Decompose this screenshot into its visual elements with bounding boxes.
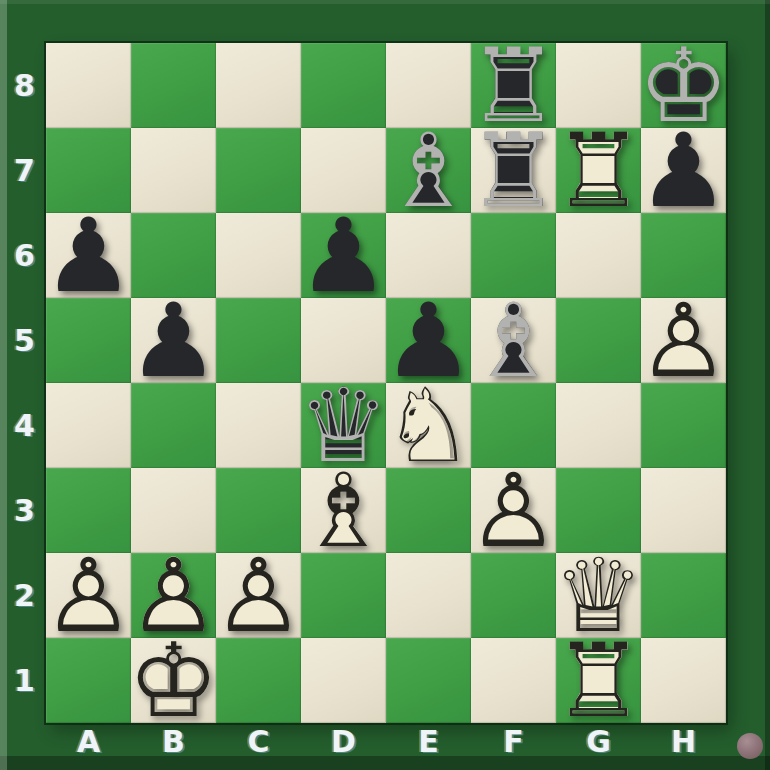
corner-dot-icon [737, 733, 763, 759]
black-pawn-glyph: ♟ [301, 213, 386, 298]
piece-black-pawn[interactable]: ♟ [46, 213, 131, 298]
square-h7[interactable]: ♟ [641, 128, 726, 213]
piece-white-pawn[interactable]: ♟♙ [641, 298, 726, 383]
white-knight-detail: ♘ [386, 383, 471, 468]
white-pawn-detail: ♙ [641, 298, 726, 383]
piece-white-pawn[interactable]: ♟♙ [216, 553, 301, 638]
square-e4[interactable]: ♞♘ [386, 383, 471, 468]
piece-white-knight[interactable]: ♞♘ [386, 383, 471, 468]
rank-label-6: 6 [5, 213, 44, 298]
black-rook-detail: ♖ [471, 128, 556, 213]
square-c5[interactable] [216, 298, 301, 383]
square-f7[interactable]: ♜♖ [471, 128, 556, 213]
file-label-c: C [216, 726, 301, 764]
square-a8[interactable] [46, 43, 131, 128]
white-pawn-detail: ♙ [471, 468, 556, 553]
piece-white-pawn[interactable]: ♟♙ [471, 468, 556, 553]
piece-white-pawn[interactable]: ♟♙ [46, 553, 131, 638]
white-rook-detail: ♖ [556, 638, 641, 723]
file-label-d: D [301, 726, 386, 764]
file-labels: ABCDEFGH [46, 726, 726, 764]
square-a1[interactable] [46, 638, 131, 723]
square-d8[interactable] [301, 43, 386, 128]
square-e1[interactable] [386, 638, 471, 723]
white-pawn-detail: ♙ [216, 553, 301, 638]
square-a2[interactable]: ♟♙ [46, 553, 131, 638]
square-f3[interactable]: ♟♙ [471, 468, 556, 553]
square-h3[interactable] [641, 468, 726, 553]
rank-label-8: 8 [5, 43, 44, 128]
file-label-h: H [641, 726, 726, 764]
piece-white-rook[interactable]: ♜♖ [556, 128, 641, 213]
square-g1[interactable]: ♜♖ [556, 638, 641, 723]
rank-label-2: 2 [5, 553, 44, 638]
rank-label-7: 7 [5, 128, 44, 213]
chess-board-frame: 87654321 ♜♖♚♔♝♗♜♖♜♖♟♟♟♟♟♝♗♟♙♛♕♞♘♝♗♟♙♟♙♟♙… [0, 0, 770, 770]
rank-label-1: 1 [5, 638, 44, 723]
square-a6[interactable]: ♟ [46, 213, 131, 298]
file-label-a: A [46, 726, 131, 764]
piece-white-rook[interactable]: ♜♖ [556, 638, 641, 723]
rank-label-5: 5 [5, 298, 44, 383]
square-h5[interactable]: ♟♙ [641, 298, 726, 383]
square-e7[interactable]: ♝♗ [386, 128, 471, 213]
white-pawn-detail: ♙ [46, 553, 131, 638]
square-h1[interactable] [641, 638, 726, 723]
piece-black-pawn[interactable]: ♟ [641, 128, 726, 213]
black-bishop-detail: ♗ [471, 298, 556, 383]
square-f1[interactable] [471, 638, 556, 723]
square-b4[interactable] [131, 383, 216, 468]
black-pawn-glyph: ♟ [641, 128, 726, 213]
piece-white-king[interactable]: ♚♔ [131, 638, 216, 723]
black-bishop-detail: ♗ [386, 128, 471, 213]
square-f5[interactable]: ♝♗ [471, 298, 556, 383]
chess-board[interactable]: ♜♖♚♔♝♗♜♖♜♖♟♟♟♟♟♝♗♟♙♛♕♞♘♝♗♟♙♟♙♟♙♟♙♛♕♚♔♜♖ [46, 43, 726, 723]
square-e2[interactable] [386, 553, 471, 638]
square-d6[interactable]: ♟ [301, 213, 386, 298]
square-f2[interactable] [471, 553, 556, 638]
square-d3[interactable]: ♝♗ [301, 468, 386, 553]
square-c1[interactable] [216, 638, 301, 723]
square-c7[interactable] [216, 128, 301, 213]
black-pawn-glyph: ♟ [46, 213, 131, 298]
black-pawn-glyph: ♟ [131, 298, 216, 383]
white-rook-detail: ♖ [556, 128, 641, 213]
square-b1[interactable]: ♚♔ [131, 638, 216, 723]
file-label-b: B [131, 726, 216, 764]
white-king-detail: ♔ [131, 638, 216, 723]
file-label-f: F [471, 726, 556, 764]
square-d1[interactable] [301, 638, 386, 723]
rank-label-3: 3 [5, 468, 44, 553]
square-c4[interactable] [216, 383, 301, 468]
square-b7[interactable] [131, 128, 216, 213]
square-c8[interactable] [216, 43, 301, 128]
piece-black-bishop[interactable]: ♝♗ [386, 128, 471, 213]
square-a5[interactable] [46, 298, 131, 383]
piece-black-pawn[interactable]: ♟ [301, 213, 386, 298]
square-c2[interactable]: ♟♙ [216, 553, 301, 638]
rank-labels: 87654321 [5, 43, 44, 723]
square-a4[interactable] [46, 383, 131, 468]
square-g6[interactable] [556, 213, 641, 298]
white-bishop-detail: ♗ [301, 468, 386, 553]
piece-black-bishop[interactable]: ♝♗ [471, 298, 556, 383]
square-h2[interactable] [641, 553, 726, 638]
piece-black-rook[interactable]: ♜♖ [471, 128, 556, 213]
square-c6[interactable] [216, 213, 301, 298]
square-g4[interactable] [556, 383, 641, 468]
square-b5[interactable]: ♟ [131, 298, 216, 383]
square-e3[interactable] [386, 468, 471, 553]
rank-label-4: 4 [5, 383, 44, 468]
file-label-g: G [556, 726, 641, 764]
square-d2[interactable] [301, 553, 386, 638]
square-g7[interactable]: ♜♖ [556, 128, 641, 213]
piece-white-bishop[interactable]: ♝♗ [301, 468, 386, 553]
square-g5[interactable] [556, 298, 641, 383]
square-h4[interactable] [641, 383, 726, 468]
file-label-e: E [386, 726, 471, 764]
square-b8[interactable] [131, 43, 216, 128]
piece-black-pawn[interactable]: ♟ [131, 298, 216, 383]
